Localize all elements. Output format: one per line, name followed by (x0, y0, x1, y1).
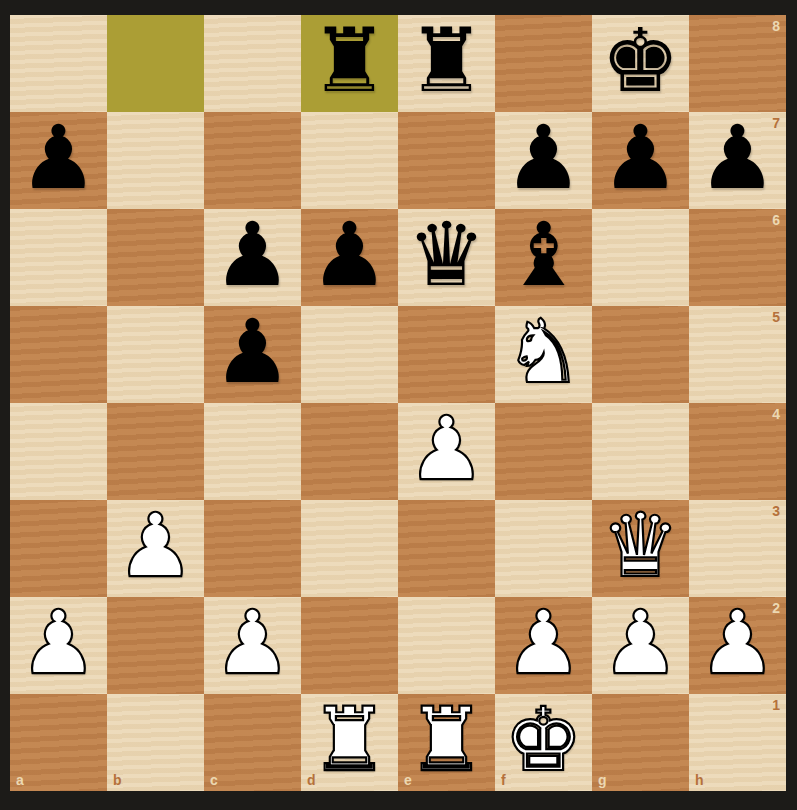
square-d2[interactable] (301, 597, 398, 694)
file-label-c: c (210, 773, 218, 787)
square-c4[interactable] (204, 403, 301, 500)
square-f7[interactable]: ♟ (495, 112, 592, 209)
white-pawn[interactable]: ♟ (601, 594, 680, 691)
square-e8[interactable]: ♜ (398, 15, 495, 112)
white-rook[interactable]: ♜ (407, 691, 486, 788)
square-c5[interactable]: ♟ (204, 306, 301, 403)
black-rook[interactable]: ♜ (407, 12, 486, 109)
square-d1[interactable]: ♜d (301, 694, 398, 791)
square-g5[interactable] (592, 306, 689, 403)
square-h5[interactable]: 5 (689, 306, 786, 403)
square-g1[interactable]: g (592, 694, 689, 791)
chess-board: ♜♜♚8♟♟♟♟7♟♟♛♝6♟♞5♟4♟♛3♟♟♟♟♟2abc♜d♜e♚fgh1 (10, 15, 786, 791)
square-c7[interactable] (204, 112, 301, 209)
square-h1[interactable]: h1 (689, 694, 786, 791)
square-b2[interactable] (107, 597, 204, 694)
white-pawn[interactable]: ♟ (19, 594, 98, 691)
white-pawn[interactable]: ♟ (116, 497, 195, 594)
black-pawn[interactable]: ♟ (213, 303, 292, 400)
square-b8[interactable] (107, 15, 204, 112)
square-e3[interactable] (398, 500, 495, 597)
square-e6[interactable]: ♛ (398, 209, 495, 306)
black-pawn[interactable]: ♟ (19, 109, 98, 206)
square-a2[interactable]: ♟ (10, 597, 107, 694)
square-d5[interactable] (301, 306, 398, 403)
rank-label-1: 1 (772, 698, 780, 712)
black-pawn[interactable]: ♟ (213, 206, 292, 303)
black-queen[interactable]: ♛ (407, 206, 486, 303)
white-pawn[interactable]: ♟ (407, 400, 486, 497)
white-queen[interactable]: ♛ (601, 497, 680, 594)
square-b6[interactable] (107, 209, 204, 306)
black-pawn[interactable]: ♟ (601, 109, 680, 206)
square-e1[interactable]: ♜e (398, 694, 495, 791)
square-e4[interactable]: ♟ (398, 403, 495, 500)
black-bishop[interactable]: ♝ (504, 206, 583, 303)
square-d4[interactable] (301, 403, 398, 500)
square-d7[interactable] (301, 112, 398, 209)
black-pawn[interactable]: ♟ (504, 109, 583, 206)
square-g8[interactable]: ♚ (592, 15, 689, 112)
square-f3[interactable] (495, 500, 592, 597)
white-pawn[interactable]: ♟ (504, 594, 583, 691)
square-c6[interactable]: ♟ (204, 209, 301, 306)
square-h8[interactable]: 8 (689, 15, 786, 112)
black-pawn[interactable]: ♟ (698, 109, 777, 206)
square-g3[interactable]: ♛ (592, 500, 689, 597)
square-b3[interactable]: ♟ (107, 500, 204, 597)
square-d6[interactable]: ♟ (301, 209, 398, 306)
file-label-h: h (695, 773, 704, 787)
white-rook[interactable]: ♜ (310, 691, 389, 788)
square-h3[interactable]: 3 (689, 500, 786, 597)
square-c1[interactable]: c (204, 694, 301, 791)
square-a3[interactable] (10, 500, 107, 597)
square-b4[interactable] (107, 403, 204, 500)
square-h4[interactable]: 4 (689, 403, 786, 500)
square-g7[interactable]: ♟ (592, 112, 689, 209)
square-a1[interactable]: a (10, 694, 107, 791)
square-g4[interactable] (592, 403, 689, 500)
white-knight[interactable]: ♞ (504, 303, 583, 400)
square-b7[interactable] (107, 112, 204, 209)
square-b5[interactable] (107, 306, 204, 403)
square-h6[interactable]: 6 (689, 209, 786, 306)
rank-label-5: 5 (772, 310, 780, 324)
rank-label-4: 4 (772, 407, 780, 421)
file-label-a: a (16, 773, 24, 787)
square-a6[interactable] (10, 209, 107, 306)
square-b1[interactable]: b (107, 694, 204, 791)
square-g2[interactable]: ♟ (592, 597, 689, 694)
page-background: ♜♜♚8♟♟♟♟7♟♟♛♝6♟♞5♟4♟♛3♟♟♟♟♟2abc♜d♜e♚fgh1 (0, 0, 797, 810)
rank-label-8: 8 (772, 19, 780, 33)
square-h7[interactable]: ♟7 (689, 112, 786, 209)
file-label-g: g (598, 773, 607, 787)
square-f8[interactable] (495, 15, 592, 112)
white-pawn[interactable]: ♟ (698, 594, 777, 691)
square-f2[interactable]: ♟ (495, 597, 592, 694)
square-f1[interactable]: ♚f (495, 694, 592, 791)
square-c3[interactable] (204, 500, 301, 597)
square-e7[interactable] (398, 112, 495, 209)
square-e5[interactable] (398, 306, 495, 403)
square-a7[interactable]: ♟ (10, 112, 107, 209)
square-f5[interactable]: ♞ (495, 306, 592, 403)
black-king[interactable]: ♚ (601, 12, 680, 109)
square-f4[interactable] (495, 403, 592, 500)
square-a4[interactable] (10, 403, 107, 500)
square-f6[interactable]: ♝ (495, 209, 592, 306)
square-d8[interactable]: ♜ (301, 15, 398, 112)
square-e2[interactable] (398, 597, 495, 694)
white-king[interactable]: ♚ (504, 691, 583, 788)
black-rook[interactable]: ♜ (310, 12, 389, 109)
square-h2[interactable]: ♟2 (689, 597, 786, 694)
square-a8[interactable] (10, 15, 107, 112)
square-g6[interactable] (592, 209, 689, 306)
rank-label-6: 6 (772, 213, 780, 227)
square-d3[interactable] (301, 500, 398, 597)
white-pawn[interactable]: ♟ (213, 594, 292, 691)
square-c2[interactable]: ♟ (204, 597, 301, 694)
square-a5[interactable] (10, 306, 107, 403)
rank-label-3: 3 (772, 504, 780, 518)
square-c8[interactable] (204, 15, 301, 112)
file-label-b: b (113, 773, 122, 787)
black-pawn[interactable]: ♟ (310, 206, 389, 303)
